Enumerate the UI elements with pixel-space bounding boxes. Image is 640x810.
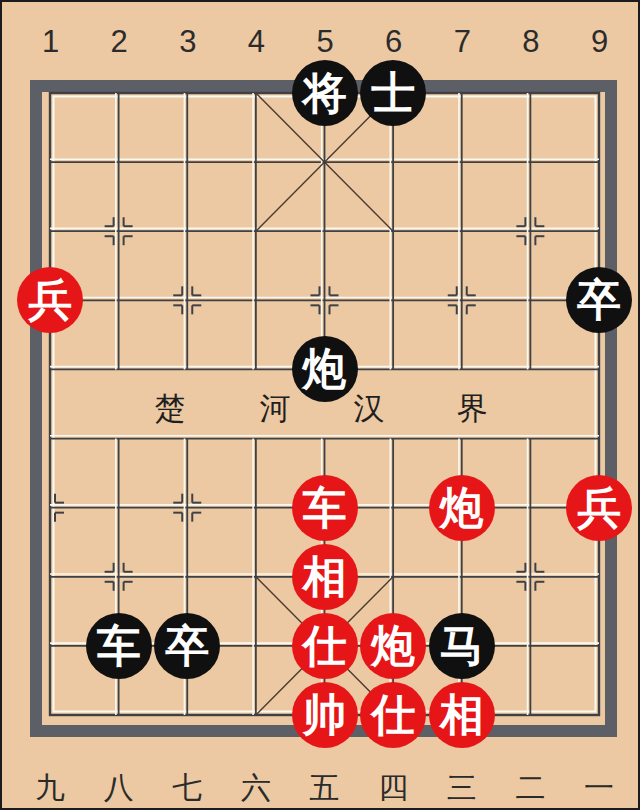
xiangqi-board-page: 123456789 楚河汉界 将士兵卒炮车炮兵相车卒仕炮马帅仕相 九八七六五四三… xyxy=(0,0,640,810)
black-piece-将-f5r1[interactable]: 将 xyxy=(290,58,359,127)
red-piece-帅-f5r10[interactable]: 帅 xyxy=(290,680,359,749)
file-label-bottom-1: 九 xyxy=(28,768,72,809)
file-label-top-9: 9 xyxy=(577,24,621,60)
file-label-bottom-4: 六 xyxy=(234,768,278,809)
piece-glyph: 仕 xyxy=(292,613,358,679)
file-label-top-8: 8 xyxy=(508,24,552,60)
file-label-top-4: 4 xyxy=(234,24,278,60)
board: 将士兵卒炮车炮兵相车卒仕炮马帅仕相 xyxy=(16,58,634,749)
red-piece-车-f5r7[interactable]: 车 xyxy=(290,473,359,542)
piece-glyph: 相 xyxy=(292,544,358,610)
file-label-top-6: 6 xyxy=(371,24,415,60)
piece-glyph: 炮 xyxy=(292,336,358,402)
black-piece-卒-f9r4[interactable]: 卒 xyxy=(565,266,634,335)
red-piece-相-f5r8[interactable]: 相 xyxy=(290,542,359,611)
red-piece-兵-f1r4[interactable]: 兵 xyxy=(16,266,85,335)
piece-glyph: 帅 xyxy=(292,682,358,748)
file-label-bottom-3: 七 xyxy=(165,768,209,809)
file-label-bottom-6: 四 xyxy=(371,768,415,809)
piece-glyph: 将 xyxy=(292,60,358,126)
red-piece-相-f7r10[interactable]: 相 xyxy=(427,680,496,749)
file-label-bottom-5: 五 xyxy=(303,768,347,809)
black-piece-炮-f5r5[interactable]: 炮 xyxy=(290,335,359,404)
piece-glyph: 兵 xyxy=(566,475,632,541)
piece-glyph: 士 xyxy=(360,60,426,126)
red-piece-炮-f7r7[interactable]: 炮 xyxy=(427,473,496,542)
file-label-bottom-8: 二 xyxy=(508,768,552,809)
piece-glyph: 炮 xyxy=(360,613,426,679)
file-label-top-2: 2 xyxy=(97,24,141,60)
red-piece-仕-f6r10[interactable]: 仕 xyxy=(359,680,428,749)
black-piece-马-f7r9[interactable]: 马 xyxy=(427,611,496,680)
black-piece-卒-f3r9[interactable]: 卒 xyxy=(153,611,222,680)
file-label-top-1: 1 xyxy=(28,24,72,60)
piece-glyph: 仕 xyxy=(360,682,426,748)
red-piece-仕-f5r9[interactable]: 仕 xyxy=(290,611,359,680)
red-piece-兵-f9r7[interactable]: 兵 xyxy=(565,473,634,542)
piece-glyph: 马 xyxy=(429,613,495,679)
black-piece-士-f6r1[interactable]: 士 xyxy=(359,58,428,127)
black-piece-车-f2r9[interactable]: 车 xyxy=(84,611,153,680)
piece-glyph: 车 xyxy=(86,613,152,679)
piece-glyph: 卒 xyxy=(154,613,220,679)
red-piece-炮-f6r9[interactable]: 炮 xyxy=(359,611,428,680)
piece-glyph: 兵 xyxy=(17,267,83,333)
file-label-bottom-7: 三 xyxy=(440,768,484,809)
piece-glyph: 车 xyxy=(292,475,358,541)
file-label-bottom-9: 一 xyxy=(577,768,621,809)
piece-glyph: 卒 xyxy=(566,267,632,333)
file-label-top-5: 5 xyxy=(303,24,347,60)
piece-glyph: 相 xyxy=(429,682,495,748)
piece-glyph: 炮 xyxy=(429,475,495,541)
file-label-top-7: 7 xyxy=(440,24,484,60)
file-label-bottom-2: 八 xyxy=(97,768,141,809)
file-label-top-3: 3 xyxy=(165,24,209,60)
